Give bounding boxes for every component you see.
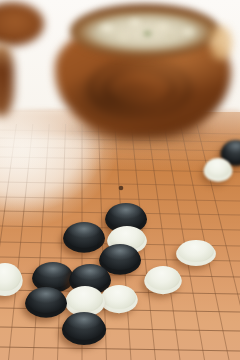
grid-line: [33, 124, 49, 360]
white-stone: ●: [146, 266, 180, 290]
white-stone: ●: [205, 158, 231, 178]
black-stone-shading: [64, 312, 104, 340]
star-point: [119, 186, 124, 191]
bowl-highlight: [210, 26, 232, 60]
white-stone-shading: [146, 266, 180, 290]
grid-line: [0, 347, 240, 351]
white-stone-shading: [205, 158, 231, 178]
black-stone: ●: [64, 312, 104, 340]
white-stones-in-bowl: [82, 12, 208, 48]
grid-line: [0, 327, 240, 331]
go-photo-scene: ●●●●●●●●●●●●●●●: [0, 0, 240, 360]
white-stone: ●: [0, 263, 21, 291]
